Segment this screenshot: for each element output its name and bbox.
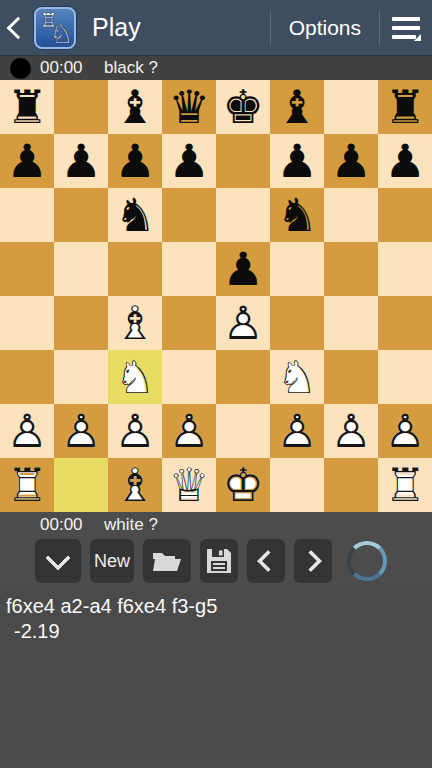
piece-black-pawn[interactable]: ♟ — [0, 134, 54, 188]
square-g1[interactable] — [324, 458, 378, 512]
white-clock-row: 00:00 white ? — [0, 512, 432, 538]
square-a5[interactable] — [0, 242, 54, 296]
square-g6[interactable] — [324, 188, 378, 242]
square-e5[interactable]: ♟ — [216, 242, 270, 296]
chevron-right-icon — [300, 550, 323, 573]
square-f8[interactable]: ♝ — [270, 80, 324, 134]
square-h5[interactable] — [378, 242, 432, 296]
piece-black-knight[interactable]: ♞ — [108, 188, 162, 242]
square-c4[interactable]: ♝♗ — [108, 296, 162, 350]
piece-white-knight[interactable]: ♞♘ — [270, 350, 324, 404]
square-a3[interactable] — [0, 350, 54, 404]
engine-thinking-spinner-icon — [347, 541, 387, 581]
piece-black-pawn[interactable]: ♟ — [162, 134, 216, 188]
square-a8[interactable]: ♜ — [0, 80, 54, 134]
toolbar: New — [0, 538, 432, 584]
page-title: Play — [92, 13, 141, 42]
black-clock-row: 00:00 black ? — [0, 56, 432, 80]
square-g5[interactable] — [324, 242, 378, 296]
square-e2[interactable] — [216, 404, 270, 458]
previous-move-button[interactable] — [247, 539, 285, 583]
piece-black-rook[interactable]: ♜ — [0, 80, 54, 134]
square-f4[interactable] — [270, 296, 324, 350]
chess-board: ♜♝♛♚♝♜♟♟♟♟♟♟♟♞♞♟♝♗♟♙♞♘♞♘♟♙♟♙♟♙♟♙♟♙♟♙♟♙♜♖… — [0, 80, 432, 512]
square-g4[interactable] — [324, 296, 378, 350]
square-h3[interactable] — [378, 350, 432, 404]
square-e7[interactable] — [216, 134, 270, 188]
square-b3[interactable] — [54, 350, 108, 404]
piece-black-pawn[interactable]: ♟ — [270, 134, 324, 188]
analysis-line: f6xe4 a2-a4 f6xe4 f3-g5 — [6, 594, 432, 619]
piece-black-rook[interactable]: ♜ — [378, 80, 432, 134]
black-turn-indicator-icon — [10, 58, 31, 79]
options-button[interactable]: Options — [271, 0, 379, 56]
square-e3[interactable] — [216, 350, 270, 404]
square-f5[interactable] — [270, 242, 324, 296]
piece-white-pawn[interactable]: ♟♙ — [270, 404, 324, 458]
piece-black-pawn[interactable]: ♟ — [378, 134, 432, 188]
square-f1[interactable] — [270, 458, 324, 512]
piece-black-bishop[interactable]: ♝ — [108, 80, 162, 134]
folder-icon — [152, 549, 182, 573]
piece-black-knight[interactable]: ♞ — [270, 188, 324, 242]
analysis-eval: -2.19 — [6, 619, 432, 644]
piece-white-rook[interactable]: ♜♖ — [0, 458, 54, 512]
square-c6[interactable]: ♞ — [108, 188, 162, 242]
square-d6[interactable] — [162, 188, 216, 242]
square-h1[interactable]: ♜♖ — [378, 458, 432, 512]
square-b1[interactable] — [54, 458, 108, 512]
overflow-menu-button[interactable] — [380, 0, 432, 56]
piece-white-pawn[interactable]: ♟♙ — [108, 404, 162, 458]
square-e4[interactable]: ♟♙ — [216, 296, 270, 350]
square-g3[interactable] — [324, 350, 378, 404]
square-e8[interactable]: ♚ — [216, 80, 270, 134]
square-d8[interactable]: ♛ — [162, 80, 216, 134]
piece-black-king[interactable]: ♚ — [216, 80, 270, 134]
square-d3[interactable] — [162, 350, 216, 404]
square-b2[interactable]: ♟♙ — [54, 404, 108, 458]
titlebar: ♖ ♘ Play Options — [0, 0, 432, 56]
piece-white-pawn[interactable]: ♟♙ — [54, 404, 108, 458]
black-player-label: black ? — [104, 58, 158, 78]
white-clock-time: 00:00 — [40, 515, 96, 535]
next-move-button[interactable] — [294, 539, 332, 583]
square-f6[interactable]: ♞ — [270, 188, 324, 242]
piece-white-queen[interactable]: ♛♕ — [162, 458, 216, 512]
square-b8[interactable] — [54, 80, 108, 134]
new-game-button[interactable]: New — [90, 539, 134, 583]
square-a4[interactable] — [0, 296, 54, 350]
square-d4[interactable] — [162, 296, 216, 350]
square-c7[interactable]: ♟ — [108, 134, 162, 188]
piece-white-pawn[interactable]: ♟♙ — [0, 404, 54, 458]
square-f2[interactable]: ♟♙ — [270, 404, 324, 458]
square-f7[interactable]: ♟ — [270, 134, 324, 188]
square-d5[interactable] — [162, 242, 216, 296]
piece-white-pawn[interactable]: ♟♙ — [162, 404, 216, 458]
piece-black-pawn[interactable]: ♟ — [54, 134, 108, 188]
square-c5[interactable] — [108, 242, 162, 296]
square-h6[interactable] — [378, 188, 432, 242]
square-e1[interactable]: ♚♔ — [216, 458, 270, 512]
piece-white-pawn[interactable]: ♟♙ — [324, 404, 378, 458]
chevron-down-icon — [45, 545, 70, 570]
piece-white-bishop[interactable]: ♝♗ — [108, 458, 162, 512]
square-a1[interactable]: ♜♖ — [0, 458, 54, 512]
menu-icon — [392, 17, 420, 39]
app-screen: ♖ ♘ Play Options 00:00 black ? ♜♝♛♚♝♜♟♟♟… — [0, 0, 432, 768]
piece-white-bishop[interactable]: ♝♗ — [108, 296, 162, 350]
white-player-label: white ? — [104, 515, 158, 535]
black-clock-time: 00:00 — [40, 58, 96, 78]
square-d2[interactable]: ♟♙ — [162, 404, 216, 458]
square-a7[interactable]: ♟ — [0, 134, 54, 188]
back-button[interactable] — [0, 0, 30, 56]
square-h4[interactable] — [378, 296, 432, 350]
piece-white-knight[interactable]: ♞♘ — [108, 350, 162, 404]
square-c1[interactable]: ♝♗ — [108, 458, 162, 512]
knight-icon: ♘ — [50, 21, 73, 47]
piece-black-pawn[interactable]: ♟ — [216, 242, 270, 296]
save-game-button[interactable] — [200, 539, 238, 583]
piece-black-bishop[interactable]: ♝ — [270, 80, 324, 134]
square-h8[interactable]: ♜ — [378, 80, 432, 134]
piece-black-pawn[interactable]: ♟ — [324, 134, 378, 188]
square-g7[interactable]: ♟ — [324, 134, 378, 188]
app-icon: ♖ ♘ — [34, 7, 76, 49]
analysis-panel: f6xe4 a2-a4 f6xe4 f3-g5 -2.19 — [0, 584, 432, 644]
open-file-button[interactable] — [143, 539, 191, 583]
square-e6[interactable] — [216, 188, 270, 242]
square-d7[interactable]: ♟ — [162, 134, 216, 188]
square-b7[interactable]: ♟ — [54, 134, 108, 188]
square-a6[interactable] — [0, 188, 54, 242]
piece-black-queen[interactable]: ♛ — [162, 80, 216, 134]
piece-white-king[interactable]: ♚♔ — [216, 458, 270, 512]
square-b5[interactable] — [54, 242, 108, 296]
square-c3[interactable]: ♞♘ — [108, 350, 162, 404]
square-c8[interactable]: ♝ — [108, 80, 162, 134]
square-g8[interactable] — [324, 80, 378, 134]
piece-black-pawn[interactable]: ♟ — [108, 134, 162, 188]
piece-white-pawn[interactable]: ♟♙ — [378, 404, 432, 458]
piece-white-pawn[interactable]: ♟♙ — [216, 296, 270, 350]
collapse-panel-button[interactable] — [35, 539, 81, 583]
square-c2[interactable]: ♟♙ — [108, 404, 162, 458]
square-b4[interactable] — [54, 296, 108, 350]
save-icon — [206, 548, 232, 574]
piece-white-rook[interactable]: ♜♖ — [378, 458, 432, 512]
square-d1[interactable]: ♛♕ — [162, 458, 216, 512]
square-f3[interactable]: ♞♘ — [270, 350, 324, 404]
back-chevron-icon — [7, 16, 30, 39]
square-a2[interactable]: ♟♙ — [0, 404, 54, 458]
square-h2[interactable]: ♟♙ — [378, 404, 432, 458]
chevron-left-icon — [257, 550, 280, 573]
square-b6[interactable] — [54, 188, 108, 242]
square-g2[interactable]: ♟♙ — [324, 404, 378, 458]
square-h7[interactable]: ♟ — [378, 134, 432, 188]
